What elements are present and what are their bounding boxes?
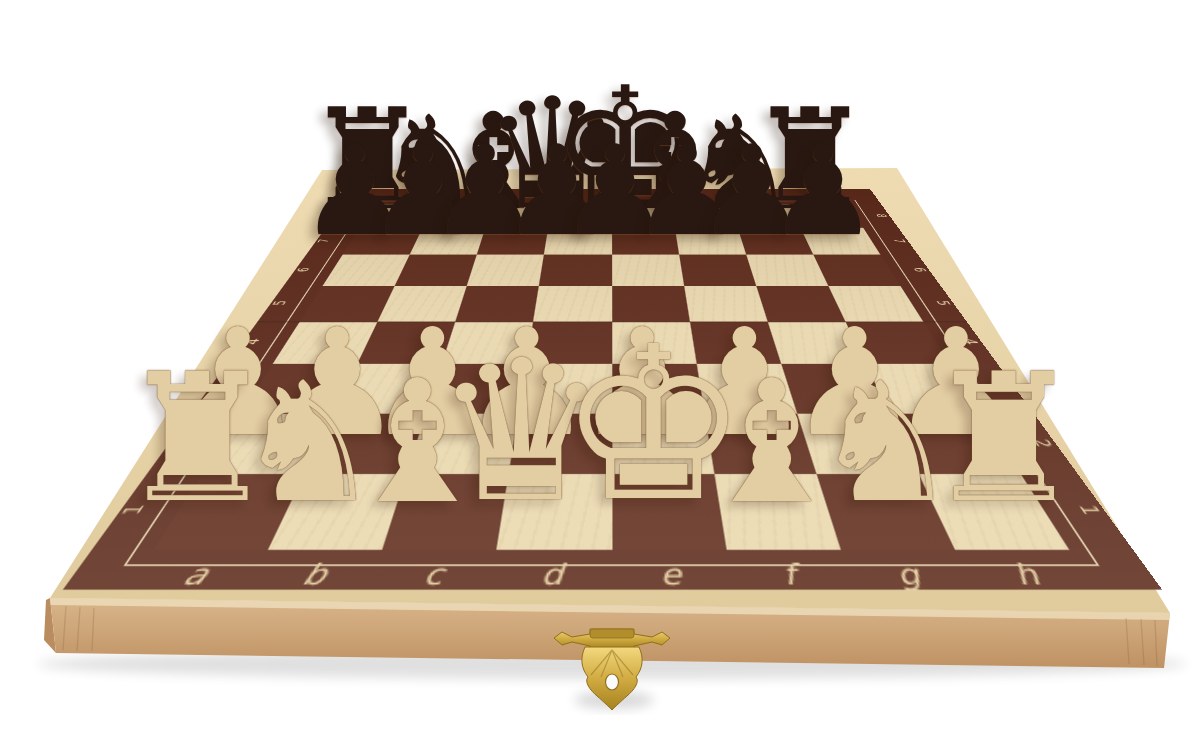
piece-black-pawn[interactable]: ♟ <box>767 129 879 253</box>
chess-set-photo: abcdefgh1122334455667788 ♜♞♝♛♚♝♞♜♟♟♟♟♟♟♟… <box>0 0 1200 755</box>
clasp-hole <box>606 674 619 690</box>
file-label-c: c <box>406 559 461 589</box>
piece-white-rook[interactable]: ♜ <box>924 350 1083 528</box>
file-label-d: d <box>527 559 577 589</box>
file-label-f: f <box>762 559 817 589</box>
clasp-knuckle <box>590 629 634 638</box>
file-label-e: e <box>646 559 696 589</box>
